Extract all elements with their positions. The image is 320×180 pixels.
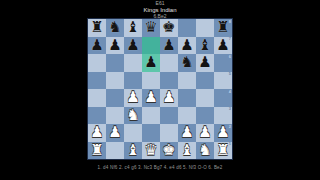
black-rook-piece: ♜ [88,19,106,37]
square-e7: ♟ [160,37,178,55]
white-bishop-piece: ♝ [124,142,142,160]
square-b4 [106,89,124,107]
square-h4: 4 [214,89,232,107]
square-h7: ♟7 [214,37,232,55]
square-f7: ♟ [178,37,196,55]
video-title: E61 Kings Indian 6.Be2 [0,1,320,19]
square-c4: ♟ [124,89,142,107]
square-h3: 3 [214,107,232,125]
square-g8 [196,19,214,37]
square-c3: ♞ [124,107,142,125]
black-pawn-piece: ♟ [106,37,124,55]
square-g6: ♟ [196,54,214,72]
white-knight-piece: ♞ [196,142,214,160]
chess-board: ♜♞♝♛♚♜8♟♟♟♟♟♝♟7♟♞♟65♟♟♟4♞3♟♟♟♟♟2♜♝♛♚♝♞♜1 [88,19,232,159]
square-d6: ♟ [142,54,160,72]
rank-coordinate-5: 5 [229,72,231,76]
black-knight-piece: ♞ [178,54,196,72]
white-pawn-piece: ♟ [142,89,160,107]
video-frame: E61 Kings Indian 6.Be2 ♜♞♝♛♚♜8♟♟♟♟♟♝♟7♟♞… [0,0,320,180]
black-pawn-piece: ♟ [88,37,106,55]
square-f8 [178,19,196,37]
square-g4 [196,89,214,107]
white-queen-piece: ♛ [142,142,160,160]
white-pawn-piece: ♟ [196,124,214,142]
square-f3 [178,107,196,125]
square-a8: ♜ [88,19,106,37]
rank-coordinate-6: 6 [229,55,231,59]
white-rook-piece: ♜ [88,142,106,160]
rank-coordinate-1: 1 [229,142,231,146]
square-a6 [88,54,106,72]
white-pawn-piece: ♟ [88,124,106,142]
square-c8: ♝ [124,19,142,37]
square-e8: ♚ [160,19,178,37]
square-e6 [160,54,178,72]
square-b6 [106,54,124,72]
square-g5 [196,72,214,90]
rank-coordinate-4: 4 [229,90,231,94]
rank-coordinate-3: 3 [229,107,231,111]
square-c1: ♝ [124,142,142,160]
square-d2 [142,124,160,142]
square-f2: ♟ [178,124,196,142]
square-b5 [106,72,124,90]
square-g7: ♝ [196,37,214,55]
white-pawn-piece: ♟ [160,89,178,107]
black-pawn-piece: ♟ [142,54,160,72]
square-a4 [88,89,106,107]
square-c7: ♟ [124,37,142,55]
square-c2 [124,124,142,142]
square-d1: ♛ [142,142,160,160]
square-g3 [196,107,214,125]
square-d7 [142,37,160,55]
move-list: 1. d4 Nf6 2. c4 g6 3. Nc3 Bg7 4. e4 d6 5… [0,165,320,170]
square-b8: ♞ [106,19,124,37]
white-knight-piece: ♞ [124,107,142,125]
square-e2 [160,124,178,142]
square-b1 [106,142,124,160]
square-a3 [88,107,106,125]
black-queen-piece: ♛ [142,19,160,37]
square-h6: 6 [214,54,232,72]
square-c6 [124,54,142,72]
square-f6: ♞ [178,54,196,72]
square-d3 [142,107,160,125]
square-b2: ♟ [106,124,124,142]
square-b3 [106,107,124,125]
white-bishop-piece: ♝ [178,142,196,160]
black-knight-piece: ♞ [106,19,124,37]
black-pawn-piece: ♟ [124,37,142,55]
square-a5 [88,72,106,90]
square-h8: ♜8 [214,19,232,37]
white-pawn-piece: ♟ [106,124,124,142]
square-a7: ♟ [88,37,106,55]
square-e4: ♟ [160,89,178,107]
black-king-piece: ♚ [160,19,178,37]
square-f4 [178,89,196,107]
rank-coordinate-2: 2 [229,125,231,129]
square-h2: ♟2 [214,124,232,142]
square-c5 [124,72,142,90]
square-d8: ♛ [142,19,160,37]
square-h5: 5 [214,72,232,90]
black-pawn-piece: ♟ [160,37,178,55]
square-h1: ♜1 [214,142,232,160]
rank-coordinate-8: 8 [229,20,231,24]
square-a1: ♜ [88,142,106,160]
square-e5 [160,72,178,90]
black-bishop-piece: ♝ [124,19,142,37]
square-e3 [160,107,178,125]
square-e1: ♚ [160,142,178,160]
square-d5 [142,72,160,90]
black-pawn-piece: ♟ [178,37,196,55]
square-g1: ♞ [196,142,214,160]
white-king-piece: ♚ [160,142,178,160]
white-pawn-piece: ♟ [124,89,142,107]
square-d4: ♟ [142,89,160,107]
rank-coordinate-7: 7 [229,37,231,41]
square-b7: ♟ [106,37,124,55]
square-a2: ♟ [88,124,106,142]
square-f5 [178,72,196,90]
white-pawn-piece: ♟ [178,124,196,142]
black-bishop-piece: ♝ [196,37,214,55]
square-g2: ♟ [196,124,214,142]
square-f1: ♝ [178,142,196,160]
black-pawn-piece: ♟ [196,54,214,72]
